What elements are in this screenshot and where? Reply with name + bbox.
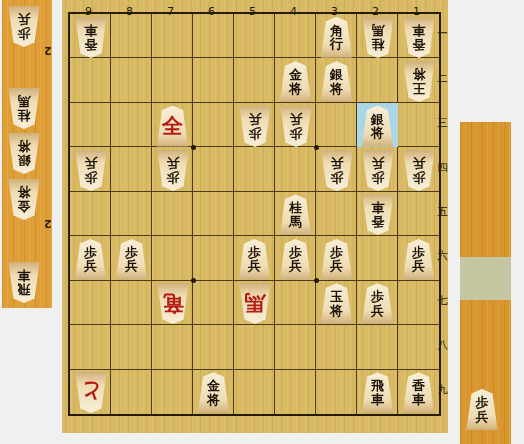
hand-source-highlight bbox=[460, 257, 511, 300]
piece-kanji: 馬 bbox=[371, 24, 384, 38]
piece-kanji: 将 bbox=[18, 186, 31, 200]
board-square[interactable] bbox=[193, 14, 234, 58]
board-square[interactable] bbox=[193, 147, 234, 191]
star-point bbox=[314, 145, 319, 150]
piece-kanji: 全 bbox=[162, 115, 183, 137]
shogi-piece-gote-silver[interactable]: 銀将 bbox=[7, 133, 41, 174]
piece-kanji: 歩 bbox=[330, 246, 343, 260]
board-square[interactable] bbox=[111, 370, 152, 414]
board-square[interactable] bbox=[193, 58, 234, 102]
piece-kanji: 王 bbox=[412, 82, 425, 96]
piece-kanji: 車 bbox=[18, 269, 31, 283]
board-square[interactable] bbox=[70, 192, 111, 236]
piece-kanji: 歩 bbox=[166, 171, 179, 185]
piece-kanji: 銀 bbox=[371, 113, 384, 127]
piece-kanji: 車 bbox=[84, 24, 97, 38]
piece-kanji: 馬 bbox=[18, 95, 31, 109]
board-square[interactable] bbox=[152, 58, 193, 102]
board-square[interactable] bbox=[152, 192, 193, 236]
board-square[interactable] bbox=[357, 58, 398, 102]
piece-kanji: 車 bbox=[412, 24, 425, 38]
board-square[interactable] bbox=[152, 370, 193, 414]
sente-hand-stand[interactable]: 歩兵 bbox=[460, 122, 511, 444]
piece-kanji: 兵 bbox=[84, 259, 97, 273]
piece-kanji: 兵 bbox=[84, 157, 97, 171]
board-square[interactable] bbox=[152, 325, 193, 369]
board-square[interactable] bbox=[111, 58, 152, 102]
board-square[interactable] bbox=[316, 103, 357, 147]
piece-kanji: 兵 bbox=[248, 259, 261, 273]
piece-kanji: 将 bbox=[371, 126, 384, 140]
piece-kanji: 兵 bbox=[412, 259, 425, 273]
piece-kanji: 歩 bbox=[125, 246, 138, 260]
piece-kanji: 車 bbox=[412, 393, 425, 407]
board-square[interactable] bbox=[275, 325, 316, 369]
piece-kanji: 香 bbox=[412, 37, 425, 51]
board-square[interactable] bbox=[111, 325, 152, 369]
board-square[interactable] bbox=[152, 14, 193, 58]
board-square[interactable] bbox=[193, 281, 234, 325]
hand-slot[interactable]: 歩兵 bbox=[462, 389, 508, 431]
piece-kanji: 車 bbox=[371, 201, 384, 215]
board-square[interactable] bbox=[70, 103, 111, 147]
piece-kanji: 歩 bbox=[248, 246, 261, 260]
board-square[interactable] bbox=[398, 281, 439, 325]
star-point bbox=[314, 278, 319, 283]
piece-kanji: 角 bbox=[330, 24, 343, 38]
board-square[interactable] bbox=[316, 192, 357, 236]
piece-kanji: 歩 bbox=[330, 171, 343, 185]
piece-kanji: 将 bbox=[412, 68, 425, 82]
piece-kanji: 将 bbox=[330, 82, 343, 96]
piece-kanji: 桂 bbox=[18, 109, 31, 123]
board-square[interactable] bbox=[234, 192, 275, 236]
piece-kanji: 兵 bbox=[330, 259, 343, 273]
piece-kanji: 歩 bbox=[371, 171, 384, 185]
piece-kanji: 兵 bbox=[125, 259, 138, 273]
shogi-piece-gote-rook[interactable]: 飛車 bbox=[7, 262, 41, 303]
piece-kanji: 兵 bbox=[476, 410, 489, 424]
piece-kanji: 歩 bbox=[476, 396, 489, 410]
board-grid[interactable]: 香車角行桂馬香車金将銀将王将全歩兵歩兵銀将歩兵歩兵歩兵歩兵歩兵桂馬香車歩兵歩兵歩… bbox=[68, 12, 441, 416]
board-square[interactable] bbox=[193, 325, 234, 369]
piece-kanji: 将 bbox=[18, 140, 31, 154]
piece-kanji: 歩 bbox=[289, 126, 302, 140]
board-square[interactable] bbox=[234, 325, 275, 369]
piece-kanji: 桂 bbox=[289, 201, 302, 215]
board-square[interactable] bbox=[234, 370, 275, 414]
board-square[interactable] bbox=[398, 192, 439, 236]
board-square[interactable] bbox=[70, 281, 111, 325]
board-square[interactable] bbox=[275, 14, 316, 58]
piece-kanji: 兵 bbox=[371, 304, 384, 318]
piece-kanji: 兵 bbox=[18, 13, 31, 27]
gote-hand-stand[interactable]: 歩兵2桂馬銀将金将2飛車 bbox=[2, 0, 52, 308]
board-square[interactable] bbox=[70, 58, 111, 102]
shogi-piece-sente-pawn[interactable]: 歩兵 bbox=[465, 389, 499, 430]
piece-kanji: 兵 bbox=[289, 259, 302, 273]
board-square[interactable] bbox=[193, 192, 234, 236]
file-labels: 987654321 bbox=[68, 0, 437, 12]
piece-kanji: 歩 bbox=[371, 290, 384, 304]
piece-kanji: 兵 bbox=[166, 157, 179, 171]
piece-kanji: 将 bbox=[207, 393, 220, 407]
hand-slot[interactable]: 歩兵2 bbox=[4, 6, 50, 48]
star-point bbox=[191, 145, 196, 150]
piece-kanji: 馬 bbox=[289, 215, 302, 229]
board-square[interactable] bbox=[316, 370, 357, 414]
piece-kanji: 将 bbox=[330, 304, 343, 318]
board-square[interactable] bbox=[111, 281, 152, 325]
board-square[interactable] bbox=[275, 147, 316, 191]
piece-kanji: 銀 bbox=[330, 68, 343, 82]
board-square[interactable] bbox=[234, 58, 275, 102]
piece-kanji: と bbox=[80, 382, 102, 404]
board-square[interactable] bbox=[316, 325, 357, 369]
board-square[interactable] bbox=[275, 370, 316, 414]
board-square[interactable] bbox=[234, 14, 275, 58]
piece-kanji: 金 bbox=[289, 68, 302, 82]
hand-slot[interactable]: 桂馬 bbox=[4, 88, 50, 130]
piece-kanji: 歩 bbox=[84, 171, 97, 185]
piece-kanji: 将 bbox=[289, 82, 302, 96]
piece-kanji: 歩 bbox=[412, 246, 425, 260]
hand-slot[interactable]: 飛車 bbox=[4, 262, 50, 304]
piece-kanji: 銀 bbox=[18, 154, 31, 168]
piece-kanji: 香 bbox=[84, 37, 97, 51]
board-square[interactable] bbox=[234, 147, 275, 191]
board-square[interactable] bbox=[111, 14, 152, 58]
board-square[interactable] bbox=[111, 192, 152, 236]
shogi-piece-gote-knight[interactable]: 桂馬 bbox=[7, 88, 41, 129]
hand-slot[interactable]: 銀将 bbox=[4, 133, 50, 175]
shogi-app: 987654321 一二三四五六七八九 香車角行桂馬香車金将銀将王将全歩兵歩兵銀… bbox=[0, 0, 524, 444]
shogi-piece-gote-gold[interactable]: 金将 bbox=[7, 179, 41, 220]
shogi-board: 987654321 一二三四五六七八九 香車角行桂馬香車金将銀将王将全歩兵歩兵銀… bbox=[62, 0, 448, 433]
board-square[interactable] bbox=[111, 103, 152, 147]
board-square[interactable] bbox=[398, 325, 439, 369]
board-square[interactable] bbox=[70, 325, 111, 369]
piece-kanji: 歩 bbox=[248, 126, 261, 140]
piece-kanji: 歩 bbox=[412, 171, 425, 185]
hand-slot[interactable]: 金将2 bbox=[4, 179, 50, 221]
piece-kanji: 歩 bbox=[289, 246, 302, 260]
board-square[interactable] bbox=[193, 236, 234, 280]
piece-kanji: 歩 bbox=[84, 246, 97, 260]
board-square[interactable] bbox=[357, 236, 398, 280]
piece-kanji: 馬 bbox=[244, 293, 265, 315]
piece-kanji: 車 bbox=[371, 393, 384, 407]
piece-kanji: 兵 bbox=[412, 157, 425, 171]
piece-kanji: 飛 bbox=[371, 379, 384, 393]
star-point bbox=[191, 278, 196, 283]
piece-kanji: 兵 bbox=[330, 157, 343, 171]
piece-count-badge: 2 bbox=[44, 217, 52, 230]
piece-kanji: 香 bbox=[371, 215, 384, 229]
piece-kanji: 兵 bbox=[289, 113, 302, 127]
board-square[interactable] bbox=[111, 147, 152, 191]
piece-kanji: 行 bbox=[330, 37, 343, 51]
piece-kanji: 飛 bbox=[18, 283, 31, 297]
board-square[interactable] bbox=[193, 103, 234, 147]
piece-kanji: 金 bbox=[18, 200, 31, 214]
board-square[interactable] bbox=[275, 281, 316, 325]
piece-kanji: 金 bbox=[207, 379, 220, 393]
board-square[interactable] bbox=[398, 103, 439, 147]
board-square[interactable] bbox=[152, 236, 193, 280]
shogi-piece-gote-pawn[interactable]: 歩兵 bbox=[7, 6, 41, 47]
piece-kanji: 兵 bbox=[248, 113, 261, 127]
piece-count-badge: 2 bbox=[44, 44, 52, 57]
piece-kanji: 兵 bbox=[371, 157, 384, 171]
piece-kanji: 玉 bbox=[330, 290, 343, 304]
piece-kanji: 香 bbox=[412, 379, 425, 393]
piece-kanji: 歩 bbox=[18, 27, 31, 41]
board-square[interactable] bbox=[357, 325, 398, 369]
piece-kanji: 竜 bbox=[162, 293, 183, 315]
piece-kanji: 桂 bbox=[371, 37, 384, 51]
